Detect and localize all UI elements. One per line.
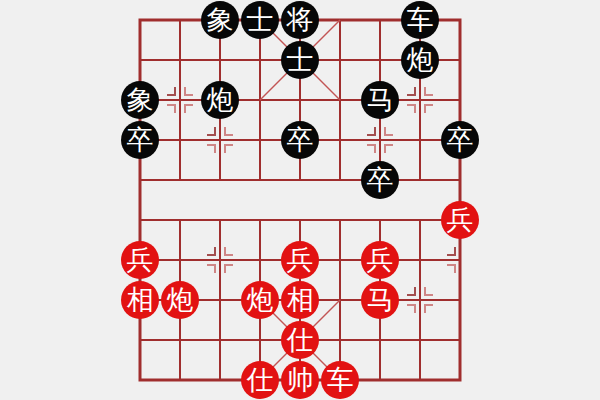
piece-black-horse[interactable]: 马: [361, 81, 399, 119]
piece-red-soldier[interactable]: 兵: [441, 201, 479, 239]
xiangqi-board: 象士将车士炮象炮马卒卒卒卒兵兵兵兵相炮炮相马仕仕帅车: [0, 0, 600, 400]
piece-black-chariot[interactable]: 车: [401, 1, 439, 39]
piece-red-advisor[interactable]: 仕: [281, 321, 319, 359]
piece-black-cannon[interactable]: 炮: [201, 81, 239, 119]
piece-red-advisor[interactable]: 仕: [241, 361, 279, 399]
piece-red-horse[interactable]: 马: [361, 281, 399, 319]
piece-black-cannon[interactable]: 炮: [401, 41, 439, 79]
piece-black-soldier[interactable]: 卒: [361, 161, 399, 199]
piece-red-cannon[interactable]: 炮: [241, 281, 279, 319]
piece-red-cannon[interactable]: 炮: [161, 281, 199, 319]
piece-red-elephant[interactable]: 相: [121, 281, 159, 319]
piece-black-elephant[interactable]: 象: [201, 1, 239, 39]
piece-red-elephant[interactable]: 相: [281, 281, 319, 319]
piece-red-soldier[interactable]: 兵: [281, 241, 319, 279]
piece-black-soldier[interactable]: 卒: [441, 121, 479, 159]
piece-red-soldier[interactable]: 兵: [361, 241, 399, 279]
piece-black-advisor[interactable]: 士: [281, 41, 319, 79]
piece-black-soldier[interactable]: 卒: [121, 121, 159, 159]
board-grid[interactable]: 象士将车士炮象炮马卒卒卒卒兵兵兵兵相炮炮相马仕仕帅车: [120, 0, 480, 400]
piece-red-general[interactable]: 帅: [281, 361, 319, 399]
piece-black-advisor[interactable]: 士: [241, 1, 279, 39]
piece-black-elephant[interactable]: 象: [121, 81, 159, 119]
piece-black-general[interactable]: 将: [281, 1, 319, 39]
piece-red-soldier[interactable]: 兵: [121, 241, 159, 279]
piece-red-chariot[interactable]: 车: [321, 361, 359, 399]
piece-black-soldier[interactable]: 卒: [281, 121, 319, 159]
